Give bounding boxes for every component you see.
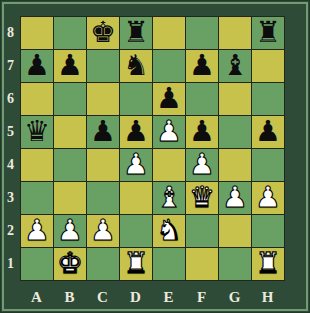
- square-b7[interactable]: ♟: [54, 50, 86, 82]
- square-f5[interactable]: ♟: [186, 116, 218, 148]
- square-e6[interactable]: ♟: [153, 83, 185, 115]
- square-c6[interactable]: [87, 83, 119, 115]
- square-b2[interactable]: ♟: [54, 215, 86, 247]
- square-e3[interactable]: ♝: [153, 182, 185, 214]
- square-e4[interactable]: [153, 149, 185, 181]
- piece-black-pawn[interactable]: ♟: [120, 116, 152, 148]
- piece-white-rook[interactable]: ♜: [120, 248, 152, 280]
- square-b8[interactable]: [54, 17, 86, 49]
- piece-white-pawn[interactable]: ♟: [252, 182, 284, 214]
- piece-white-knight[interactable]: ♞: [153, 215, 185, 247]
- piece-white-pawn[interactable]: ♟: [153, 116, 185, 148]
- piece-white-pawn[interactable]: ♟: [120, 149, 152, 181]
- file-label-c: C: [86, 282, 119, 312]
- square-g8[interactable]: [219, 17, 251, 49]
- square-g3[interactable]: ♟: [219, 182, 251, 214]
- square-d4[interactable]: ♟: [120, 149, 152, 181]
- square-f2[interactable]: [186, 215, 218, 247]
- square-b6[interactable]: [54, 83, 86, 115]
- rank-label-7: 7: [1, 49, 20, 82]
- file-label-e: E: [152, 282, 185, 312]
- square-h2[interactable]: [252, 215, 284, 247]
- piece-black-queen[interactable]: ♛: [21, 116, 53, 148]
- piece-black-pawn[interactable]: ♟: [54, 50, 86, 82]
- piece-black-pawn[interactable]: ♟: [186, 116, 218, 148]
- file-label-b: B: [53, 282, 86, 312]
- piece-white-pawn[interactable]: ♟: [186, 149, 218, 181]
- piece-black-rook[interactable]: ♜: [120, 17, 152, 49]
- square-f7[interactable]: ♟: [186, 50, 218, 82]
- piece-black-pawn[interactable]: ♟: [153, 83, 185, 115]
- file-labels: ABCDEFGH: [20, 282, 287, 312]
- square-a5[interactable]: ♛: [21, 116, 53, 148]
- square-d6[interactable]: [120, 83, 152, 115]
- file-label-g: G: [218, 282, 251, 312]
- square-e1[interactable]: [153, 248, 185, 280]
- square-h4[interactable]: [252, 149, 284, 181]
- piece-white-pawn[interactable]: ♟: [54, 215, 86, 247]
- file-label-f: F: [185, 282, 218, 312]
- piece-white-bishop[interactable]: ♝: [153, 182, 185, 214]
- square-f3[interactable]: ♛: [186, 182, 218, 214]
- chess-app: ♚♜♜♟♟♞♟♝♟♛♟♟♟♟♟♟♟♝♛♟♟♟♟♟♞♚♜♜ ABCDEFGH 87…: [0, 0, 310, 313]
- chess-board[interactable]: ♚♜♜♟♟♞♟♝♟♛♟♟♟♟♟♟♟♝♛♟♟♟♟♟♞♚♜♜: [20, 16, 285, 281]
- square-h7[interactable]: [252, 50, 284, 82]
- square-b4[interactable]: [54, 149, 86, 181]
- square-g4[interactable]: [219, 149, 251, 181]
- square-c4[interactable]: [87, 149, 119, 181]
- file-label-d: D: [119, 282, 152, 312]
- piece-white-king[interactable]: ♚: [54, 248, 86, 280]
- square-c5[interactable]: ♟: [87, 116, 119, 148]
- square-e5[interactable]: ♟: [153, 116, 185, 148]
- square-f8[interactable]: [186, 17, 218, 49]
- piece-white-pawn[interactable]: ♟: [219, 182, 251, 214]
- square-g5[interactable]: [219, 116, 251, 148]
- square-b1[interactable]: ♚: [54, 248, 86, 280]
- rank-label-2: 2: [1, 214, 20, 247]
- square-a1[interactable]: [21, 248, 53, 280]
- square-d2[interactable]: [120, 215, 152, 247]
- square-c2[interactable]: ♟: [87, 215, 119, 247]
- square-c3[interactable]: [87, 182, 119, 214]
- square-h6[interactable]: [252, 83, 284, 115]
- file-label-a: A: [20, 282, 53, 312]
- square-c1[interactable]: [87, 248, 119, 280]
- rank-label-1: 1: [1, 247, 20, 280]
- square-f4[interactable]: ♟: [186, 149, 218, 181]
- square-h3[interactable]: ♟: [252, 182, 284, 214]
- rank-label-8: 8: [1, 16, 20, 49]
- piece-black-pawn[interactable]: ♟: [186, 50, 218, 82]
- square-a8[interactable]: [21, 17, 53, 49]
- square-a3[interactable]: [21, 182, 53, 214]
- square-a4[interactable]: [21, 149, 53, 181]
- square-g1[interactable]: [219, 248, 251, 280]
- piece-black-king[interactable]: ♚: [87, 17, 119, 49]
- piece-white-rook[interactable]: ♜: [252, 248, 284, 280]
- square-d8[interactable]: ♜: [120, 17, 152, 49]
- piece-black-pawn[interactable]: ♟: [21, 50, 53, 82]
- square-g2[interactable]: [219, 215, 251, 247]
- square-e7[interactable]: [153, 50, 185, 82]
- piece-black-knight[interactable]: ♞: [120, 50, 152, 82]
- square-c7[interactable]: [87, 50, 119, 82]
- square-g6[interactable]: [219, 83, 251, 115]
- square-d5[interactable]: ♟: [120, 116, 152, 148]
- rank-label-3: 3: [1, 181, 20, 214]
- square-e2[interactable]: ♞: [153, 215, 185, 247]
- chess-board-frame: ♚♜♜♟♟♞♟♝♟♛♟♟♟♟♟♟♟♝♛♟♟♟♟♟♞♚♜♜ ABCDEFGH 87…: [0, 0, 310, 313]
- square-d1[interactable]: ♜: [120, 248, 152, 280]
- square-a6[interactable]: [21, 83, 53, 115]
- square-a2[interactable]: ♟: [21, 215, 53, 247]
- square-h1[interactable]: ♜: [252, 248, 284, 280]
- piece-black-bishop[interactable]: ♝: [219, 50, 251, 82]
- piece-black-pawn[interactable]: ♟: [87, 116, 119, 148]
- rank-label-6: 6: [1, 82, 20, 115]
- square-e8[interactable]: [153, 17, 185, 49]
- square-g7[interactable]: ♝: [219, 50, 251, 82]
- square-h8[interactable]: ♜: [252, 17, 284, 49]
- piece-black-rook[interactable]: ♜: [252, 17, 284, 49]
- rank-label-4: 4: [1, 148, 20, 181]
- square-c8[interactable]: ♚: [87, 17, 119, 49]
- square-d7[interactable]: ♞: [120, 50, 152, 82]
- piece-black-pawn[interactable]: ♟: [252, 116, 284, 148]
- piece-white-pawn[interactable]: ♟: [87, 215, 119, 247]
- piece-white-queen[interactable]: ♛: [186, 182, 218, 214]
- rank-label-5: 5: [1, 115, 20, 148]
- square-d3[interactable]: [120, 182, 152, 214]
- file-label-h: H: [251, 282, 284, 312]
- square-b5[interactable]: [54, 116, 86, 148]
- square-f1[interactable]: [186, 248, 218, 280]
- square-h5[interactable]: ♟: [252, 116, 284, 148]
- square-b3[interactable]: [54, 182, 86, 214]
- square-f6[interactable]: [186, 83, 218, 115]
- piece-white-pawn[interactable]: ♟: [21, 215, 53, 247]
- square-a7[interactable]: ♟: [21, 50, 53, 82]
